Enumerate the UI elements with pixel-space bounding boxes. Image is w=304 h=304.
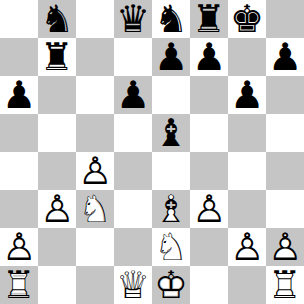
square-d6[interactable]: ♟ [114,76,152,114]
black-piece-glyph: ♟ [0,76,38,114]
black-piece-glyph: ♞ [38,0,76,38]
white-pawn: ♟♙ [266,228,304,266]
square-g3[interactable] [228,190,266,228]
white-piece-outline: ♙ [266,228,304,266]
square-d1[interactable]: ♛♕ [114,266,152,304]
square-g4[interactable] [228,152,266,190]
square-a1[interactable]: ♜♖ [0,266,38,304]
black-piece-glyph: ♜ [38,38,76,76]
black-rook: ♜ [38,38,76,76]
black-pawn: ♟ [114,76,152,114]
square-f2[interactable] [190,228,228,266]
white-pawn: ♟♙ [228,228,266,266]
chess-board: ♞♛♞♜♚♜♟♟♟♟♟♟♝♟♙♟♙♞♘♝♗♟♙♟♙♞♘♟♙♟♙♜♖♛♕♚♔♜♖ [0,0,304,304]
square-b4[interactable] [38,152,76,190]
square-a7[interactable] [0,38,38,76]
black-pawn: ♟ [190,38,228,76]
black-piece-glyph: ♟ [114,76,152,114]
square-b7[interactable]: ♜ [38,38,76,76]
white-piece-outline: ♘ [152,228,190,266]
square-c5[interactable] [76,114,114,152]
square-h6[interactable] [266,76,304,114]
square-h7[interactable]: ♟ [266,38,304,76]
square-c6[interactable] [76,76,114,114]
square-f4[interactable] [190,152,228,190]
square-c2[interactable] [76,228,114,266]
square-e4[interactable] [152,152,190,190]
white-piece-outline: ♙ [0,228,38,266]
black-piece-glyph: ♟ [266,38,304,76]
square-e6[interactable] [152,76,190,114]
white-piece-outline: ♙ [76,152,114,190]
square-f6[interactable] [190,76,228,114]
square-c1[interactable] [76,266,114,304]
black-piece-glyph: ♟ [190,38,228,76]
square-d8[interactable]: ♛ [114,0,152,38]
square-f5[interactable] [190,114,228,152]
square-e3[interactable]: ♝♗ [152,190,190,228]
black-queen: ♛ [114,0,152,38]
square-a2[interactable]: ♟♙ [0,228,38,266]
square-h3[interactable] [266,190,304,228]
square-g5[interactable] [228,114,266,152]
white-piece-outline: ♖ [266,266,304,304]
white-knight: ♞♘ [76,190,114,228]
square-e2[interactable]: ♞♘ [152,228,190,266]
square-f8[interactable]: ♜ [190,0,228,38]
white-piece-outline: ♖ [0,266,38,304]
white-piece-outline: ♕ [114,266,152,304]
square-b5[interactable] [38,114,76,152]
square-a6[interactable]: ♟ [0,76,38,114]
square-a3[interactable] [0,190,38,228]
black-rook: ♜ [190,0,228,38]
white-bishop: ♝♗ [152,190,190,228]
square-f7[interactable]: ♟ [190,38,228,76]
black-pawn: ♟ [266,38,304,76]
white-piece-outline: ♙ [190,190,228,228]
square-h2[interactable]: ♟♙ [266,228,304,266]
white-pawn: ♟♙ [38,190,76,228]
white-pawn: ♟♙ [0,228,38,266]
white-piece-outline: ♙ [228,228,266,266]
white-piece-outline: ♘ [76,190,114,228]
square-d3[interactable] [114,190,152,228]
square-b1[interactable] [38,266,76,304]
square-e5[interactable]: ♝ [152,114,190,152]
white-rook: ♜♖ [0,266,38,304]
square-e8[interactable]: ♞ [152,0,190,38]
black-knight: ♞ [38,0,76,38]
square-e7[interactable]: ♟ [152,38,190,76]
square-g6[interactable]: ♟ [228,76,266,114]
square-g8[interactable]: ♚ [228,0,266,38]
white-king: ♚♔ [152,266,190,304]
black-piece-glyph: ♟ [228,76,266,114]
square-d5[interactable] [114,114,152,152]
square-a4[interactable] [0,152,38,190]
square-g1[interactable] [228,266,266,304]
black-knight: ♞ [152,0,190,38]
black-bishop: ♝ [152,114,190,152]
square-c7[interactable] [76,38,114,76]
white-piece-outline: ♔ [152,266,190,304]
white-queen: ♛♕ [114,266,152,304]
black-king: ♚ [228,0,266,38]
square-e1[interactable]: ♚♔ [152,266,190,304]
square-h8[interactable] [266,0,304,38]
black-piece-glyph: ♞ [152,0,190,38]
square-c4[interactable]: ♟♙ [76,152,114,190]
white-pawn: ♟♙ [190,190,228,228]
square-c3[interactable]: ♞♘ [76,190,114,228]
square-a8[interactable] [0,0,38,38]
black-piece-glyph: ♚ [228,0,266,38]
square-a5[interactable] [0,114,38,152]
square-g7[interactable] [228,38,266,76]
square-c8[interactable] [76,0,114,38]
square-h1[interactable]: ♜♖ [266,266,304,304]
square-b6[interactable] [38,76,76,114]
white-pawn: ♟♙ [76,152,114,190]
square-h5[interactable] [266,114,304,152]
black-piece-glyph: ♟ [152,38,190,76]
black-piece-glyph: ♛ [114,0,152,38]
white-rook: ♜♖ [266,266,304,304]
black-pawn: ♟ [0,76,38,114]
square-f3[interactable]: ♟♙ [190,190,228,228]
square-b3[interactable]: ♟♙ [38,190,76,228]
white-piece-outline: ♙ [38,190,76,228]
black-piece-glyph: ♝ [152,114,190,152]
square-g2[interactable]: ♟♙ [228,228,266,266]
square-d2[interactable] [114,228,152,266]
square-f1[interactable] [190,266,228,304]
white-piece-outline: ♗ [152,190,190,228]
black-piece-glyph: ♜ [190,0,228,38]
square-b8[interactable]: ♞ [38,0,76,38]
square-b2[interactable] [38,228,76,266]
square-d7[interactable] [114,38,152,76]
black-pawn: ♟ [228,76,266,114]
square-d4[interactable] [114,152,152,190]
black-pawn: ♟ [152,38,190,76]
white-knight: ♞♘ [152,228,190,266]
square-h4[interactable] [266,152,304,190]
